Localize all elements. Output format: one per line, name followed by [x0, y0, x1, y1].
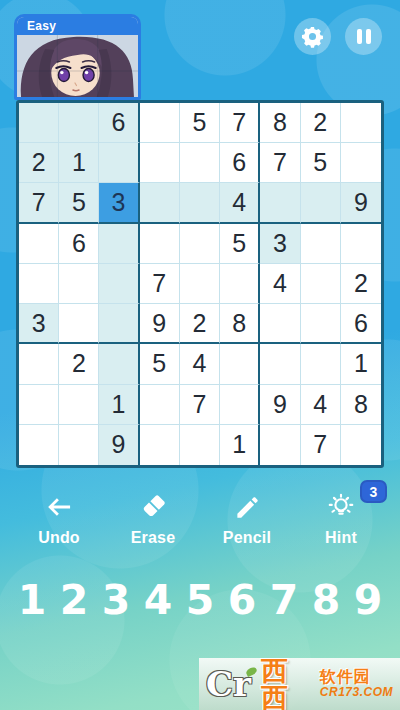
cell-r5c6[interactable]	[220, 264, 260, 304]
pause-button[interactable]	[345, 18, 382, 55]
watermark: Cr 西西 软件园 CR173.COM	[199, 658, 400, 710]
pencil-icon	[234, 492, 261, 522]
cell-r8c3[interactable]: 1	[99, 385, 139, 425]
numpad-4[interactable]: 4	[138, 578, 178, 623]
cell-r1c6[interactable]: 7	[220, 103, 260, 143]
eraser-icon	[138, 492, 168, 522]
cell-r3c5[interactable]	[180, 183, 220, 223]
cell-r3c6[interactable]: 4	[220, 183, 260, 223]
watermark-brand-suffix: 软件园	[320, 669, 393, 686]
cell-r8c8[interactable]: 4	[301, 385, 341, 425]
numpad-2[interactable]: 2	[54, 578, 94, 623]
pause-icon	[357, 29, 371, 44]
cell-r1c9[interactable]	[341, 103, 381, 143]
hint-count-badge: 3	[360, 480, 387, 503]
cell-r8c6[interactable]	[220, 385, 260, 425]
numpad-5[interactable]: 5	[180, 578, 220, 623]
cell-r4c9[interactable]	[341, 224, 381, 264]
cell-r6c1[interactable]: 3	[19, 304, 59, 344]
numpad-3[interactable]: 3	[96, 578, 136, 623]
watermark-logo: Cr	[206, 667, 251, 701]
cell-r4c5[interactable]	[180, 224, 220, 264]
cell-r5c4[interactable]: 7	[140, 264, 180, 304]
cell-r2c4[interactable]	[140, 143, 180, 183]
cell-r9c8[interactable]: 7	[301, 425, 341, 465]
watermark-brand: 西西	[261, 657, 314, 710]
undo-label: Undo	[38, 529, 80, 547]
cell-r2c5[interactable]	[180, 143, 220, 183]
pencil-button[interactable]: Pencil	[211, 492, 283, 547]
cell-r5c7[interactable]: 4	[260, 264, 300, 304]
cell-r5c2[interactable]	[59, 264, 99, 304]
cell-r7c8[interactable]	[301, 344, 341, 384]
cell-r3c9[interactable]: 9	[341, 183, 381, 223]
cell-r4c3[interactable]	[99, 224, 139, 264]
avatar-image	[17, 35, 138, 97]
cell-r1c5[interactable]: 5	[180, 103, 220, 143]
cell-r6c3[interactable]	[99, 304, 139, 344]
cell-r3c3[interactable]: 3	[99, 183, 139, 223]
cell-r7c6[interactable]	[220, 344, 260, 384]
undo-button[interactable]: Undo	[23, 492, 95, 547]
cell-r6c7[interactable]	[260, 304, 300, 344]
numpad-8[interactable]: 8	[306, 578, 346, 623]
cell-r8c7[interactable]: 9	[260, 385, 300, 425]
cell-r2c9[interactable]	[341, 143, 381, 183]
erase-label: Erase	[131, 529, 176, 547]
cell-r8c5[interactable]: 7	[180, 385, 220, 425]
cell-r1c2[interactable]	[59, 103, 99, 143]
numpad-6[interactable]: 6	[222, 578, 262, 623]
gear-icon	[301, 25, 324, 48]
hint-label: Hint	[325, 529, 357, 547]
cell-r8c9[interactable]: 8	[341, 385, 381, 425]
cell-r2c7[interactable]: 7	[260, 143, 300, 183]
cell-r4c6[interactable]: 5	[220, 224, 260, 264]
difficulty-badge: Easy	[17, 17, 138, 35]
cell-r7c5[interactable]: 4	[180, 344, 220, 384]
cell-r6c5[interactable]: 2	[180, 304, 220, 344]
cell-r5c1[interactable]	[19, 264, 59, 304]
cell-r7c3[interactable]	[99, 344, 139, 384]
cell-r8c4[interactable]	[140, 385, 180, 425]
cell-r1c4[interactable]	[140, 103, 180, 143]
cell-r7c1[interactable]	[19, 344, 59, 384]
cell-r7c2[interactable]: 2	[59, 344, 99, 384]
cell-r9c6[interactable]: 1	[220, 425, 260, 465]
lightbulb-icon	[326, 492, 356, 522]
number-pad: 123456789	[0, 578, 400, 623]
cell-r9c3[interactable]: 9	[99, 425, 139, 465]
sudoku-app: Easy 657	[0, 0, 400, 710]
cell-r4c2[interactable]: 6	[59, 224, 99, 264]
cell-r1c1[interactable]	[19, 103, 59, 143]
cell-r6c9[interactable]: 6	[341, 304, 381, 344]
cell-r4c1[interactable]	[19, 224, 59, 264]
cell-r9c7[interactable]	[260, 425, 300, 465]
cell-r4c4[interactable]	[140, 224, 180, 264]
cell-r1c3[interactable]: 6	[99, 103, 139, 143]
cell-r9c9[interactable]	[341, 425, 381, 465]
cell-r2c8[interactable]: 5	[301, 143, 341, 183]
cell-r4c7[interactable]: 3	[260, 224, 300, 264]
cell-r7c9[interactable]: 1	[341, 344, 381, 384]
cell-r7c4[interactable]: 5	[140, 344, 180, 384]
sudoku-board: 65782216757534965374239286254117948917	[16, 100, 384, 468]
cell-r9c5[interactable]	[180, 425, 220, 465]
cell-r5c5[interactable]	[180, 264, 220, 304]
cell-r2c2[interactable]: 1	[59, 143, 99, 183]
cell-r2c1[interactable]: 2	[19, 143, 59, 183]
cell-r1c8[interactable]: 2	[301, 103, 341, 143]
erase-button[interactable]: Erase	[117, 492, 189, 547]
pencil-label: Pencil	[223, 529, 271, 547]
numpad-1[interactable]: 1	[12, 578, 52, 623]
cell-r5c8[interactable]	[301, 264, 341, 304]
toolbar: Undo Erase Pencil 3 Hint	[0, 492, 400, 547]
hint-button[interactable]: 3 Hint	[305, 492, 377, 547]
cell-r3c1[interactable]: 7	[19, 183, 59, 223]
watermark-right: 软件园 CR173.COM	[320, 669, 393, 698]
cell-r9c1[interactable]	[19, 425, 59, 465]
profile-card: Easy	[14, 14, 141, 100]
cell-r9c4[interactable]	[140, 425, 180, 465]
settings-button[interactable]	[294, 18, 331, 55]
cell-r7c7[interactable]	[260, 344, 300, 384]
cell-r2c3[interactable]	[99, 143, 139, 183]
watermark-site-url: CR173.COM	[320, 686, 393, 699]
cell-r3c8[interactable]	[301, 183, 341, 223]
numpad-9[interactable]: 9	[348, 578, 388, 623]
cell-r5c3[interactable]	[99, 264, 139, 304]
cell-r6c4[interactable]: 9	[140, 304, 180, 344]
cell-r3c4[interactable]	[140, 183, 180, 223]
cell-r4c8[interactable]	[301, 224, 341, 264]
cell-r9c2[interactable]	[59, 425, 99, 465]
cell-r6c2[interactable]	[59, 304, 99, 344]
arrow-left-icon	[45, 492, 73, 522]
cell-r3c7[interactable]	[260, 183, 300, 223]
cell-r8c1[interactable]	[19, 385, 59, 425]
cell-r6c6[interactable]: 8	[220, 304, 260, 344]
cell-r5c9[interactable]: 2	[341, 264, 381, 304]
cell-r3c2[interactable]: 5	[59, 183, 99, 223]
cell-r1c7[interactable]: 8	[260, 103, 300, 143]
cell-r2c6[interactable]: 6	[220, 143, 260, 183]
cell-r6c8[interactable]	[301, 304, 341, 344]
cell-r8c2[interactable]	[59, 385, 99, 425]
numpad-7[interactable]: 7	[264, 578, 304, 623]
